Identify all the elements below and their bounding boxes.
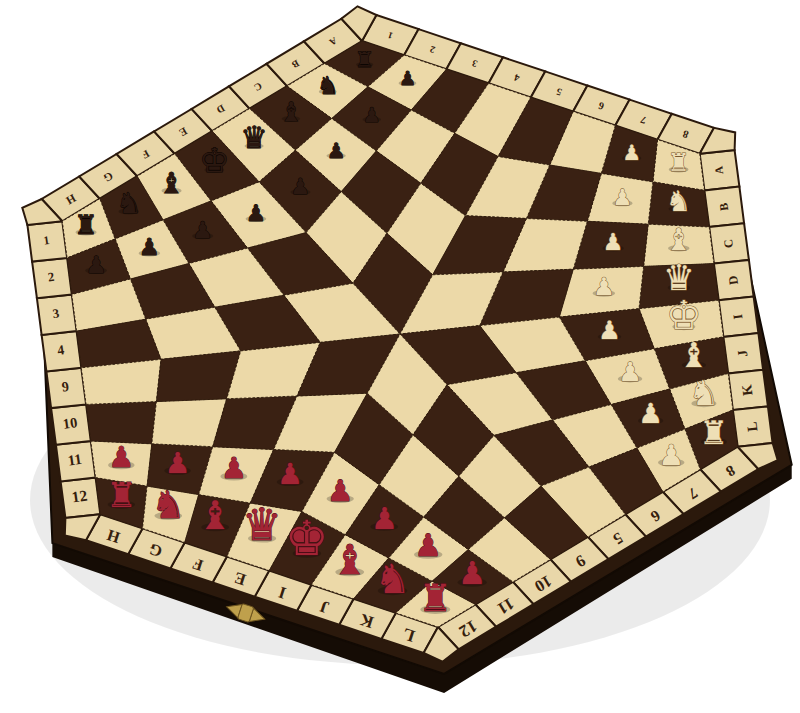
piece-red-knight[interactable]: ♞ [374,556,410,603]
cell-h10[interactable] [86,402,156,444]
coordinate-label-right-A: A [712,166,725,175]
piece-red-pawn[interactable]: ♟ [327,474,353,508]
piece-light-rook[interactable]: ♜ [699,414,728,452]
coordinate-label-right-C: C [721,238,736,248]
coordinate-label-right-D: D [726,275,741,286]
piece-red-rook[interactable]: ♜ [106,475,137,515]
coordinate-label-left-12: 12 [71,486,89,505]
piece-dark-pawn[interactable]: ♟ [291,174,311,199]
piece-dark-pawn[interactable]: ♟ [85,251,106,279]
piece-light-pawn[interactable]: ♟ [658,438,684,472]
piece-light-king[interactable]: ♚ [666,292,702,338]
coordinate-label-left-11: 11 [67,451,83,469]
piece-red-pawn[interactable]: ♟ [165,446,191,480]
piece-red-pawn[interactable]: ♟ [277,457,303,491]
piece-dark-pawn[interactable]: ♟ [327,139,346,163]
piece-red-bishop[interactable]: ♝ [331,536,368,584]
piece-light-knight[interactable]: ♞ [666,185,691,218]
piece-light-bishop[interactable]: ♝ [679,335,710,375]
piece-light-pawn[interactable]: ♟ [598,315,621,345]
piece-red-knight[interactable]: ♞ [151,483,185,527]
piece-dark-knight[interactable]: ♞ [116,187,141,220]
piece-dark-rook[interactable]: ♜ [74,209,98,240]
piece-dark-pawn[interactable]: ♟ [139,233,160,261]
piece-dark-pawn[interactable]: ♟ [399,67,416,90]
piece-red-queen[interactable]: ♛ [242,499,282,550]
piece-light-pawn[interactable]: ♟ [593,272,615,301]
piece-light-pawn[interactable]: ♟ [603,228,624,255]
piece-light-pawn[interactable]: ♟ [618,356,642,387]
piece-dark-queen[interactable]: ♛ [240,120,267,155]
piece-dark-king[interactable]: ♚ [199,141,229,180]
piece-dark-bishop[interactable]: ♝ [279,97,303,127]
piece-light-pawn[interactable]: ♟ [612,184,632,210]
piece-red-pawn[interactable]: ♟ [221,451,247,485]
piece-dark-pawn[interactable]: ♟ [246,200,266,226]
piece-light-pawn[interactable]: ♟ [638,397,663,430]
piece-dark-rook[interactable]: ♜ [355,47,374,72]
piece-dark-pawn[interactable]: ♟ [363,103,381,127]
piece-red-pawn[interactable]: ♟ [414,527,442,563]
piece-light-rook[interactable]: ♜ [668,148,690,177]
piece-red-pawn[interactable]: ♟ [458,555,486,591]
piece-red-pawn[interactable]: ♟ [108,440,134,474]
piece-red-rook[interactable]: ♜ [419,576,452,620]
piece-dark-pawn[interactable]: ♟ [192,217,213,243]
piece-red-pawn[interactable]: ♟ [371,501,398,536]
piece-red-bishop[interactable]: ♝ [197,492,232,538]
piece-dark-knight[interactable]: ♞ [317,71,339,100]
piece-red-king[interactable]: ♚ [285,510,329,566]
piece-light-bishop[interactable]: ♝ [665,222,692,257]
board-photo: HGFEDCBA12345678ABCDIJKL87659101112LKJIE… [0,0,800,713]
piece-dark-bishop[interactable]: ♝ [159,166,185,200]
piece-light-knight[interactable]: ♞ [688,373,719,413]
coordinate-label-right-K: K [738,384,755,397]
piece-light-pawn[interactable]: ♟ [622,140,641,165]
three-player-chess-board: HGFEDCBA12345678ABCDIJKL87659101112LKJIE… [0,0,800,713]
coordinate-label-left-10: 10 [62,414,79,432]
